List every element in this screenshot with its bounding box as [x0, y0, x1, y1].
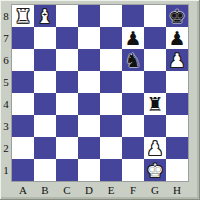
- square-d2[interactable]: [78, 137, 100, 159]
- square-h3[interactable]: [166, 115, 188, 137]
- square-e1[interactable]: [100, 159, 122, 181]
- square-a4[interactable]: [12, 93, 34, 115]
- rank-label-6: 6: [0, 49, 12, 71]
- piece-black-pawn[interactable]: ♟: [168, 27, 185, 49]
- piece-black-pawn[interactable]: ♟: [124, 27, 141, 49]
- file-label-b: B: [34, 181, 56, 198]
- square-c3[interactable]: [56, 115, 78, 137]
- rank-label-3: 3: [0, 115, 12, 137]
- square-b3[interactable]: [34, 115, 56, 137]
- square-f1[interactable]: [122, 159, 144, 181]
- square-b4[interactable]: [34, 93, 56, 115]
- square-d3[interactable]: [78, 115, 100, 137]
- rank-label-1: 1: [0, 159, 12, 181]
- square-e4[interactable]: [100, 93, 122, 115]
- square-d5[interactable]: [78, 71, 100, 93]
- rank-label-7: 7: [0, 27, 12, 49]
- square-f7[interactable]: ♟: [122, 27, 144, 49]
- square-f2[interactable]: [122, 137, 144, 159]
- square-b5[interactable]: [34, 71, 56, 93]
- square-g2[interactable]: ♟: [144, 137, 166, 159]
- square-h6[interactable]: ♟: [166, 49, 188, 71]
- square-d6[interactable]: [78, 49, 100, 71]
- square-h5[interactable]: [166, 71, 188, 93]
- square-e6[interactable]: [100, 49, 122, 71]
- square-c5[interactable]: [56, 71, 78, 93]
- piece-black-king[interactable]: ♚: [168, 5, 185, 27]
- square-d7[interactable]: [78, 27, 100, 49]
- piece-white-rook[interactable]: ♜: [14, 5, 31, 27]
- square-a7[interactable]: [12, 27, 34, 49]
- file-label-h: H: [166, 181, 188, 198]
- square-e2[interactable]: [100, 137, 122, 159]
- square-b2[interactable]: [34, 137, 56, 159]
- file-label-d: D: [78, 181, 100, 198]
- square-e7[interactable]: [100, 27, 122, 49]
- square-c7[interactable]: [56, 27, 78, 49]
- square-e3[interactable]: [100, 115, 122, 137]
- square-g4[interactable]: ♜: [144, 93, 166, 115]
- square-a6[interactable]: [12, 49, 34, 71]
- piece-black-rook[interactable]: ♜: [146, 93, 163, 115]
- chess-board-frame: 87654321 ♜♝♚♟♟♞♟♜♟♚ ABCDEFGH: [0, 0, 200, 200]
- square-a3[interactable]: [12, 115, 34, 137]
- rank-labels: 87654321: [0, 5, 12, 181]
- square-h4[interactable]: [166, 93, 188, 115]
- square-c2[interactable]: [56, 137, 78, 159]
- file-label-a: A: [12, 181, 34, 198]
- square-a5[interactable]: [12, 71, 34, 93]
- square-g5[interactable]: [144, 71, 166, 93]
- rank-label-8: 8: [0, 5, 12, 27]
- square-b8[interactable]: ♝: [34, 5, 56, 27]
- square-h1[interactable]: [166, 159, 188, 181]
- square-d1[interactable]: [78, 159, 100, 181]
- square-a8[interactable]: ♜: [12, 5, 34, 27]
- square-d8[interactable]: [78, 5, 100, 27]
- square-g7[interactable]: [144, 27, 166, 49]
- square-a2[interactable]: [12, 137, 34, 159]
- square-f3[interactable]: [122, 115, 144, 137]
- square-f4[interactable]: [122, 93, 144, 115]
- square-g8[interactable]: [144, 5, 166, 27]
- file-label-e: E: [100, 181, 122, 198]
- rank-label-2: 2: [0, 137, 12, 159]
- file-label-c: C: [56, 181, 78, 198]
- piece-white-bishop[interactable]: ♝: [36, 5, 53, 27]
- square-c8[interactable]: [56, 5, 78, 27]
- square-c4[interactable]: [56, 93, 78, 115]
- square-h2[interactable]: [166, 137, 188, 159]
- square-f5[interactable]: [122, 71, 144, 93]
- square-b6[interactable]: [34, 49, 56, 71]
- square-b1[interactable]: [34, 159, 56, 181]
- square-f6[interactable]: ♞: [122, 49, 144, 71]
- square-h7[interactable]: ♟: [166, 27, 188, 49]
- square-e5[interactable]: [100, 71, 122, 93]
- piece-white-king[interactable]: ♚: [146, 159, 163, 181]
- square-c1[interactable]: [56, 159, 78, 181]
- square-f8[interactable]: [122, 5, 144, 27]
- square-g6[interactable]: [144, 49, 166, 71]
- piece-white-pawn[interactable]: ♟: [168, 49, 185, 71]
- square-g3[interactable]: [144, 115, 166, 137]
- file-label-g: G: [144, 181, 166, 198]
- square-d4[interactable]: [78, 93, 100, 115]
- square-b7[interactable]: [34, 27, 56, 49]
- file-labels: ABCDEFGH: [12, 181, 188, 198]
- square-g1[interactable]: ♚: [144, 159, 166, 181]
- square-c6[interactable]: [56, 49, 78, 71]
- chess-board[interactable]: ♜♝♚♟♟♞♟♜♟♚: [12, 5, 188, 181]
- file-label-f: F: [122, 181, 144, 198]
- piece-black-knight[interactable]: ♞: [124, 49, 141, 71]
- rank-label-4: 4: [0, 93, 12, 115]
- square-e8[interactable]: [100, 5, 122, 27]
- piece-white-pawn[interactable]: ♟: [146, 137, 163, 159]
- square-h8[interactable]: ♚: [166, 5, 188, 27]
- rank-label-5: 5: [0, 71, 12, 93]
- square-a1[interactable]: [12, 159, 34, 181]
